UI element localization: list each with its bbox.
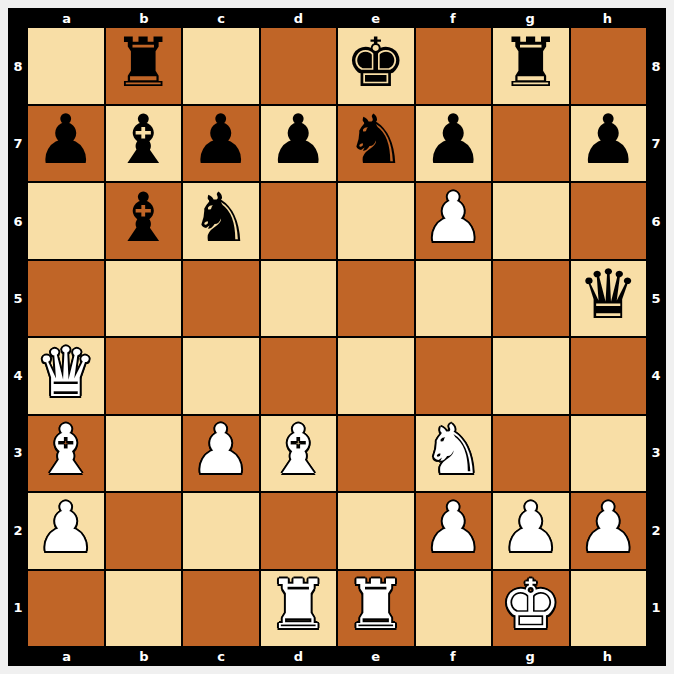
square-e6[interactable] <box>338 183 414 259</box>
square-d4[interactable] <box>261 338 337 414</box>
square-d7[interactable]: ♟ <box>261 106 337 182</box>
square-a4[interactable]: ♛ <box>28 338 104 414</box>
rank-label-3: 3 <box>8 414 28 491</box>
rank-label-5: 5 <box>8 260 28 337</box>
black-rook-b8[interactable]: ♜ <box>113 29 174 97</box>
black-rook-g8[interactable]: ♜ <box>500 29 561 97</box>
black-pawn-a7[interactable]: ♟ <box>35 106 96 174</box>
square-b7[interactable]: ♝ <box>106 106 182 182</box>
rank-label-6: 6 <box>646 183 666 260</box>
white-pawn-f2[interactable]: ♟ <box>423 494 484 562</box>
white-rook-d1[interactable]: ♜ <box>268 571 329 639</box>
rank-label-8: 8 <box>8 28 28 105</box>
rank-label-5: 5 <box>646 260 666 337</box>
rank-label-2: 2 <box>646 492 666 569</box>
square-b8[interactable]: ♜ <box>106 28 182 104</box>
square-b3[interactable] <box>106 416 182 492</box>
black-pawn-c7[interactable]: ♟ <box>190 106 251 174</box>
file-label-e: e <box>337 646 414 666</box>
square-d2[interactable] <box>261 493 337 569</box>
square-c4[interactable] <box>183 338 259 414</box>
black-king-e8[interactable]: ♚ <box>345 29 406 97</box>
square-h6[interactable] <box>571 183 647 259</box>
white-king-g1[interactable]: ♚ <box>500 571 561 639</box>
square-a2[interactable]: ♟ <box>28 493 104 569</box>
file-label-d: d <box>260 646 337 666</box>
square-h2[interactable]: ♟ <box>571 493 647 569</box>
square-h7[interactable]: ♟ <box>571 106 647 182</box>
rank-label-4: 4 <box>8 337 28 414</box>
file-label-h: h <box>569 8 646 28</box>
square-c6[interactable]: ♞ <box>183 183 259 259</box>
white-pawn-c3[interactable]: ♟ <box>190 416 251 484</box>
square-e3[interactable] <box>338 416 414 492</box>
square-h3[interactable] <box>571 416 647 492</box>
white-pawn-g2[interactable]: ♟ <box>500 494 561 562</box>
file-label-c: c <box>183 646 260 666</box>
square-d6[interactable] <box>261 183 337 259</box>
square-b4[interactable] <box>106 338 182 414</box>
square-g1[interactable]: ♚ <box>493 571 569 647</box>
rank-label-8: 8 <box>646 28 666 105</box>
square-e7[interactable]: ♞ <box>338 106 414 182</box>
square-c2[interactable] <box>183 493 259 569</box>
square-a5[interactable] <box>28 261 104 337</box>
square-c5[interactable] <box>183 261 259 337</box>
rank-label-4: 4 <box>646 337 666 414</box>
white-pawn-f6[interactable]: ♟ <box>423 184 484 252</box>
square-d8[interactable] <box>261 28 337 104</box>
white-rook-e1[interactable]: ♜ <box>345 571 406 639</box>
white-pawn-a2[interactable]: ♟ <box>35 494 96 562</box>
file-label-g: g <box>492 646 569 666</box>
black-pawn-h7[interactable]: ♟ <box>578 106 639 174</box>
square-b1[interactable] <box>106 571 182 647</box>
rank-label-7: 7 <box>8 105 28 182</box>
file-label-b: b <box>105 8 182 28</box>
white-pawn-h2[interactable]: ♟ <box>578 494 639 562</box>
board: ♜♚♜♟♝♟♟♞♟♟♝♞♟♛♛♝♟♝♞♟♟♟♟♜♜♚ <box>28 28 646 646</box>
square-f8[interactable] <box>416 28 492 104</box>
square-c1[interactable] <box>183 571 259 647</box>
square-f5[interactable] <box>416 261 492 337</box>
white-queen-a4[interactable]: ♛ <box>35 339 96 407</box>
white-knight-f3[interactable]: ♞ <box>423 416 484 484</box>
black-queen-h5[interactable]: ♛ <box>578 261 639 329</box>
square-g5[interactable] <box>493 261 569 337</box>
square-g8[interactable]: ♜ <box>493 28 569 104</box>
square-e4[interactable] <box>338 338 414 414</box>
square-d3[interactable]: ♝ <box>261 416 337 492</box>
file-label-b: b <box>105 646 182 666</box>
black-bishop-b7[interactable]: ♝ <box>113 106 174 174</box>
file-label-g: g <box>492 8 569 28</box>
square-e1[interactable]: ♜ <box>338 571 414 647</box>
square-d5[interactable] <box>261 261 337 337</box>
rank-label-1: 1 <box>646 569 666 646</box>
square-f6[interactable]: ♟ <box>416 183 492 259</box>
square-b6[interactable]: ♝ <box>106 183 182 259</box>
square-g4[interactable] <box>493 338 569 414</box>
square-e8[interactable]: ♚ <box>338 28 414 104</box>
rank-label-3: 3 <box>646 414 666 491</box>
square-a3[interactable]: ♝ <box>28 416 104 492</box>
square-g6[interactable] <box>493 183 569 259</box>
rank-label-6: 6 <box>8 183 28 260</box>
black-pawn-d7[interactable]: ♟ <box>268 106 329 174</box>
rank-labels-right: 87654321 <box>646 28 666 646</box>
square-d1[interactable]: ♜ <box>261 571 337 647</box>
black-bishop-b6[interactable]: ♝ <box>113 184 174 252</box>
square-c3[interactable]: ♟ <box>183 416 259 492</box>
square-f1[interactable] <box>416 571 492 647</box>
file-label-a: a <box>28 646 105 666</box>
file-label-e: e <box>337 8 414 28</box>
square-h4[interactable] <box>571 338 647 414</box>
square-c8[interactable] <box>183 28 259 104</box>
rank-label-2: 2 <box>8 492 28 569</box>
square-e2[interactable] <box>338 493 414 569</box>
square-a8[interactable] <box>28 28 104 104</box>
rank-labels-left: 87654321 <box>8 28 28 646</box>
file-label-a: a <box>28 8 105 28</box>
file-label-d: d <box>260 8 337 28</box>
black-knight-c6[interactable]: ♞ <box>190 184 251 252</box>
square-g3[interactable] <box>493 416 569 492</box>
file-labels-bottom: abcdefgh <box>28 646 646 666</box>
square-g7[interactable] <box>493 106 569 182</box>
white-bishop-a3[interactable]: ♝ <box>35 416 96 484</box>
square-g2[interactable]: ♟ <box>493 493 569 569</box>
white-bishop-d3[interactable]: ♝ <box>268 416 329 484</box>
rank-label-7: 7 <box>646 105 666 182</box>
square-h8[interactable] <box>571 28 647 104</box>
square-h1[interactable] <box>571 571 647 647</box>
square-a6[interactable] <box>28 183 104 259</box>
file-label-h: h <box>569 646 646 666</box>
file-label-c: c <box>183 8 260 28</box>
black-knight-e7[interactable]: ♞ <box>345 106 406 174</box>
square-h5[interactable]: ♛ <box>571 261 647 337</box>
square-f7[interactable]: ♟ <box>416 106 492 182</box>
square-a1[interactable] <box>28 571 104 647</box>
board-frame: abcdefgh 87654321 ♜♚♜♟♝♟♟♞♟♟♝♞♟♛♛♝♟♝♞♟♟♟… <box>8 8 666 666</box>
square-b2[interactable] <box>106 493 182 569</box>
black-pawn-f7[interactable]: ♟ <box>423 106 484 174</box>
square-a7[interactable]: ♟ <box>28 106 104 182</box>
file-labels-top: abcdefgh <box>28 8 646 28</box>
square-f4[interactable] <box>416 338 492 414</box>
square-f2[interactable]: ♟ <box>416 493 492 569</box>
square-e5[interactable] <box>338 261 414 337</box>
square-c7[interactable]: ♟ <box>183 106 259 182</box>
file-label-f: f <box>414 8 491 28</box>
square-f3[interactable]: ♞ <box>416 416 492 492</box>
file-label-f: f <box>414 646 491 666</box>
square-b5[interactable] <box>106 261 182 337</box>
rank-label-1: 1 <box>8 569 28 646</box>
